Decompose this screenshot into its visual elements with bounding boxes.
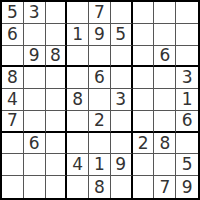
- sudoku-cell-r8c6[interactable]: 9: [111, 154, 133, 176]
- sudoku-cell-r5c6[interactable]: 3: [111, 89, 133, 111]
- sudoku-cell-r9c9[interactable]: 9: [176, 176, 198, 198]
- sudoku-cell-r2c1[interactable]: 6: [2, 24, 24, 46]
- sudoku-cell-r6c9[interactable]: 6: [176, 111, 198, 133]
- sudoku-cell-r5c5[interactable]: [89, 89, 111, 111]
- sudoku-cell-r7c3[interactable]: [46, 133, 68, 155]
- sudoku-cell-r7c1[interactable]: [2, 133, 24, 155]
- sudoku-cell-r2c9[interactable]: [176, 24, 198, 46]
- sudoku-cell-r1c6[interactable]: [111, 2, 133, 24]
- sudoku-cell-r2c3[interactable]: [46, 24, 68, 46]
- sudoku-cell-r3c6[interactable]: [111, 46, 133, 68]
- sudoku-cell-r7c8[interactable]: 8: [154, 133, 176, 155]
- sudoku-cell-r2c4[interactable]: 1: [67, 24, 89, 46]
- sudoku-cell-r3c8[interactable]: 6: [154, 46, 176, 68]
- sudoku-cell-r5c3[interactable]: [46, 89, 68, 111]
- sudoku-cell-r9c6[interactable]: [111, 176, 133, 198]
- sudoku-cell-r9c8[interactable]: 7: [154, 176, 176, 198]
- sudoku-cell-r2c5[interactable]: 9: [89, 24, 111, 46]
- sudoku-cell-r4c1[interactable]: 8: [2, 67, 24, 89]
- sudoku-cell-r9c2[interactable]: [24, 176, 46, 198]
- sudoku-cell-r2c7[interactable]: [133, 24, 155, 46]
- sudoku-cell-r1c8[interactable]: [154, 2, 176, 24]
- sudoku-cell-r8c2[interactable]: [24, 154, 46, 176]
- sudoku-cell-r7c9[interactable]: [176, 133, 198, 155]
- sudoku-cell-r9c5[interactable]: 8: [89, 176, 111, 198]
- sudoku-cell-r9c7[interactable]: [133, 176, 155, 198]
- sudoku-cell-r9c4[interactable]: [67, 176, 89, 198]
- sudoku-cell-r4c4[interactable]: [67, 67, 89, 89]
- sudoku-cell-r4c6[interactable]: [111, 67, 133, 89]
- sudoku-cell-r6c5[interactable]: 2: [89, 111, 111, 133]
- sudoku-cell-r5c4[interactable]: 8: [67, 89, 89, 111]
- sudoku-cell-r2c2[interactable]: [24, 24, 46, 46]
- sudoku-cell-r4c2[interactable]: [24, 67, 46, 89]
- sudoku-cell-r1c9[interactable]: [176, 2, 198, 24]
- sudoku-cell-r3c5[interactable]: [89, 46, 111, 68]
- sudoku-cell-r5c8[interactable]: [154, 89, 176, 111]
- sudoku-cell-r7c5[interactable]: [89, 133, 111, 155]
- sudoku-cell-r3c4[interactable]: [67, 46, 89, 68]
- sudoku-cell-r3c1[interactable]: [2, 46, 24, 68]
- sudoku-cell-r1c7[interactable]: [133, 2, 155, 24]
- sudoku-cell-r6c2[interactable]: [24, 111, 46, 133]
- sudoku-cell-r6c3[interactable]: [46, 111, 68, 133]
- sudoku-cell-r8c7[interactable]: [133, 154, 155, 176]
- sudoku-cell-r7c2[interactable]: 6: [24, 133, 46, 155]
- sudoku-cell-r1c1[interactable]: 5: [2, 2, 24, 24]
- sudoku-cell-r4c5[interactable]: 6: [89, 67, 111, 89]
- sudoku-cell-r1c4[interactable]: [67, 2, 89, 24]
- sudoku-cell-r4c3[interactable]: [46, 67, 68, 89]
- sudoku-cell-r8c4[interactable]: 4: [67, 154, 89, 176]
- sudoku-cell-r8c9[interactable]: 5: [176, 154, 198, 176]
- sudoku-cell-r5c9[interactable]: 1: [176, 89, 198, 111]
- sudoku-cell-r7c7[interactable]: 2: [133, 133, 155, 155]
- sudoku-cell-r3c7[interactable]: [133, 46, 155, 68]
- sudoku-cell-r2c6[interactable]: 5: [111, 24, 133, 46]
- sudoku-cell-r9c1[interactable]: [2, 176, 24, 198]
- sudoku-cell-r7c4[interactable]: [67, 133, 89, 155]
- sudoku-cell-r4c7[interactable]: [133, 67, 155, 89]
- sudoku-cell-r7c6[interactable]: [111, 133, 133, 155]
- sudoku-cell-r6c4[interactable]: [67, 111, 89, 133]
- sudoku-cell-r6c7[interactable]: [133, 111, 155, 133]
- sudoku-cell-r9c3[interactable]: [46, 176, 68, 198]
- sudoku-cell-r3c9[interactable]: [176, 46, 198, 68]
- sudoku-cell-r8c3[interactable]: [46, 154, 68, 176]
- sudoku-cell-r8c8[interactable]: [154, 154, 176, 176]
- sudoku-cell-r8c1[interactable]: [2, 154, 24, 176]
- sudoku-cell-r5c1[interactable]: 4: [2, 89, 24, 111]
- sudoku-cell-r3c3[interactable]: 8: [46, 46, 68, 68]
- sudoku-cell-r3c2[interactable]: 9: [24, 46, 46, 68]
- sudoku-cell-r6c8[interactable]: [154, 111, 176, 133]
- sudoku-cell-r5c7[interactable]: [133, 89, 155, 111]
- sudoku-cell-r6c6[interactable]: [111, 111, 133, 133]
- sudoku-cell-r1c2[interactable]: 3: [24, 2, 46, 24]
- sudoku-cell-r2c8[interactable]: [154, 24, 176, 46]
- sudoku-cell-r1c3[interactable]: [46, 2, 68, 24]
- sudoku-cell-r4c8[interactable]: [154, 67, 176, 89]
- sudoku-cell-r1c5[interactable]: 7: [89, 2, 111, 24]
- sudoku-cell-r6c1[interactable]: 7: [2, 111, 24, 133]
- sudoku-board: 537619598686348317266284195879: [0, 0, 200, 200]
- sudoku-cell-r4c9[interactable]: 3: [176, 67, 198, 89]
- sudoku-cell-r5c2[interactable]: [24, 89, 46, 111]
- sudoku-cell-r8c5[interactable]: 1: [89, 154, 111, 176]
